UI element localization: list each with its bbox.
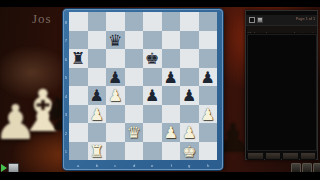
piece-black-rook-a6[interactable]: ♜ <box>69 49 88 68</box>
square-a6[interactable]: ♜ <box>69 49 88 68</box>
letterbox-top <box>0 0 320 7</box>
square-f7[interactable] <box>162 31 181 50</box>
panel-nav-buttons: <<<>>> <box>246 152 317 160</box>
piece-black-pawn-f5[interactable]: ♟ <box>162 68 181 87</box>
square-g7[interactable] <box>180 31 199 50</box>
square-e6[interactable]: ♚ <box>143 49 162 68</box>
square-a3[interactable] <box>69 105 88 124</box>
square-g4[interactable]: ♟ <box>180 86 199 105</box>
square-d7[interactable] <box>125 31 144 50</box>
square-g1[interactable]: ♚ <box>180 142 199 161</box>
square-b4[interactable]: ♟ <box>88 86 107 105</box>
panel-header: Page 1 of 1 <box>246 15 317 26</box>
file-label-h: h <box>204 164 212 168</box>
play-icon[interactable] <box>1 164 7 172</box>
square-g6[interactable] <box>180 49 199 68</box>
background-title-text: Jos <box>32 11 52 27</box>
checkbox-icon[interactable] <box>249 17 255 23</box>
square-b1[interactable]: ♜ <box>88 142 107 161</box>
square-f1[interactable] <box>162 142 181 161</box>
square-b6[interactable] <box>88 49 107 68</box>
square-d3[interactable] <box>125 105 144 124</box>
rank-label-8: 8 <box>65 20 68 25</box>
square-c5[interactable]: ♟ <box>106 68 125 87</box>
square-c8[interactable] <box>106 12 125 31</box>
file-label-c: c <box>111 164 119 168</box>
square-c7[interactable]: ♛ <box>106 31 125 50</box>
square-a8[interactable] <box>69 12 88 31</box>
panel-nav-button-4[interactable]: >> <box>300 152 317 160</box>
square-e3[interactable] <box>143 105 162 124</box>
prompt-text: Click anywhere or press a key to continu… <box>247 31 317 33</box>
piece-white-king-g1[interactable]: ♚ <box>180 142 199 161</box>
square-e2[interactable] <box>143 123 162 142</box>
piece-black-pawn-g4[interactable]: ♟ <box>180 86 199 105</box>
piece-black-pawn-e4[interactable]: ♟ <box>143 86 162 105</box>
square-h1[interactable] <box>199 142 218 161</box>
square-d4[interactable] <box>125 86 144 105</box>
rank-label-5: 5 <box>65 75 68 80</box>
square-f8[interactable] <box>162 12 181 31</box>
square-e8[interactable] <box>143 12 162 31</box>
piece-white-pawn-g2[interactable]: ♟ <box>180 123 199 142</box>
square-d2[interactable]: ♛ <box>125 123 144 142</box>
rank-label-2: 2 <box>65 131 68 136</box>
file-label-f: f <box>167 164 175 168</box>
piece-black-king-e6[interactable]: ♚ <box>143 49 162 68</box>
square-g5[interactable] <box>180 68 199 87</box>
square-h5[interactable]: ♟ <box>199 68 218 87</box>
piece-black-queen-c7[interactable]: ♛ <box>106 31 125 50</box>
square-c4[interactable]: ♟ <box>106 86 125 105</box>
piece-black-pawn-b4[interactable]: ♟ <box>88 86 107 105</box>
square-a2[interactable] <box>69 123 88 142</box>
piece-white-queen-d2[interactable]: ♛ <box>125 123 144 142</box>
panel-nav-button-3[interactable]: > <box>282 152 299 160</box>
piece-white-pawn-c4[interactable]: ♟ <box>106 86 125 105</box>
piece-white-rook-b1[interactable]: ♜ <box>88 142 107 161</box>
piece-black-pawn-h5[interactable]: ♟ <box>199 68 218 87</box>
square-c3[interactable] <box>106 105 125 124</box>
square-h3[interactable]: ♟ <box>199 105 218 124</box>
square-f2[interactable]: ♟ <box>162 123 181 142</box>
square-g8[interactable] <box>180 12 199 31</box>
piece-white-pawn-b3[interactable]: ♟ <box>88 105 107 124</box>
square-f5[interactable]: ♟ <box>162 68 181 87</box>
rank-label-4: 4 <box>65 94 68 99</box>
file-label-e: e <box>148 164 156 168</box>
rank-label-7: 7 <box>65 38 68 43</box>
square-a7[interactable] <box>69 31 88 50</box>
square-a4[interactable] <box>69 86 88 105</box>
file-label-a: a <box>74 164 82 168</box>
chess-board: ♛♜♚♟♟♟♟♟♟♟♟♟♛♟♟♜♚ 87654321 abcdefgh <box>63 9 223 170</box>
square-h2[interactable] <box>199 123 218 142</box>
rank-label-6: 6 <box>65 57 68 62</box>
board-squares: ♛♜♚♟♟♟♟♟♟♟♟♟♛♟♟♜♚ <box>69 12 217 160</box>
panel-nav-button-1[interactable]: << <box>247 152 264 160</box>
square-g3[interactable] <box>180 105 199 124</box>
square-b7[interactable] <box>88 31 107 50</box>
app-window: ♝ ♟ ♞ ♟ Jos ♛♜♚♟♟♟♟♟♟♟♟♟♛♟♟♜♚ 87654321 a… <box>0 0 320 180</box>
tutorial-panel: Page 1 of 1 Click anywhere or press a ke… <box>245 10 318 160</box>
square-f3[interactable] <box>162 105 181 124</box>
square-b3[interactable]: ♟ <box>88 105 107 124</box>
square-e1[interactable] <box>143 142 162 161</box>
file-label-g: g <box>185 164 193 168</box>
panel-content-area[interactable] <box>247 34 317 151</box>
square-c2[interactable] <box>106 123 125 142</box>
piece-white-pawn-h3[interactable]: ♟ <box>199 105 218 124</box>
square-e5[interactable] <box>143 68 162 87</box>
prompt-row: Click anywhere or press a key to continu… <box>247 26 317 33</box>
square-b8[interactable] <box>88 12 107 31</box>
square-h4[interactable] <box>199 86 218 105</box>
square-e7[interactable] <box>143 31 162 50</box>
file-label-b: b <box>93 164 101 168</box>
square-f6[interactable] <box>162 49 181 68</box>
square-g2[interactable]: ♟ <box>180 123 199 142</box>
background-pawn-piece: ♟ <box>0 98 37 146</box>
square-d5[interactable] <box>125 68 144 87</box>
square-h7[interactable] <box>199 31 218 50</box>
panel-nav-button-2[interactable]: < <box>265 152 282 160</box>
square-d8[interactable] <box>125 12 144 31</box>
speaker-icon[interactable] <box>257 17 263 23</box>
letterbox-bottom <box>0 172 320 180</box>
square-a1[interactable] <box>69 142 88 161</box>
rank-label-1: 1 <box>65 149 68 154</box>
square-d6[interactable] <box>125 49 144 68</box>
page-indicator: Page 1 of 1 <box>296 17 315 21</box>
square-f4[interactable] <box>162 86 181 105</box>
square-a5[interactable] <box>69 68 88 87</box>
square-b2[interactable] <box>88 123 107 142</box>
square-c1[interactable] <box>106 142 125 161</box>
piece-black-pawn-c5[interactable]: ♟ <box>106 68 125 87</box>
piece-white-pawn-f2[interactable]: ♟ <box>162 123 181 142</box>
square-c6[interactable] <box>106 49 125 68</box>
square-d1[interactable] <box>125 142 144 161</box>
square-h8[interactable] <box>199 12 218 31</box>
square-h6[interactable] <box>199 49 218 68</box>
rank-label-3: 3 <box>65 112 68 117</box>
square-b5[interactable] <box>88 68 107 87</box>
file-label-d: d <box>130 164 138 168</box>
square-e4[interactable]: ♟ <box>143 86 162 105</box>
